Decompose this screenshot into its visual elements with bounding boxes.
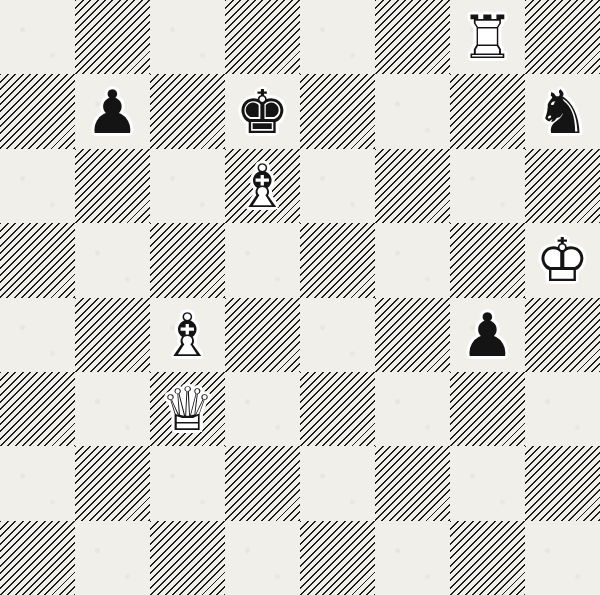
- square-b4: [75, 298, 150, 372]
- square-c6: [150, 149, 225, 223]
- square-g4: ♟♟: [450, 298, 525, 372]
- square-a7: [0, 74, 75, 148]
- square-f7: [375, 74, 450, 148]
- square-a3: [0, 372, 75, 446]
- square-e2: [300, 446, 375, 520]
- white-queen-icon: ♕: [161, 379, 215, 439]
- square-c5: [150, 223, 225, 297]
- square-a5: [0, 223, 75, 297]
- white-king-icon: ♔: [536, 230, 590, 290]
- square-g6: [450, 149, 525, 223]
- square-c7: [150, 74, 225, 148]
- square-e6: [300, 149, 375, 223]
- square-b3: [75, 372, 150, 446]
- square-f6: [375, 149, 450, 223]
- piece-white-king-h5: ♚♔: [530, 227, 596, 293]
- piece-white-bishop-c4: ♝♗: [155, 302, 221, 368]
- square-b2: [75, 446, 150, 520]
- square-f2: [375, 446, 450, 520]
- square-a8: [0, 0, 75, 74]
- square-f3: [375, 372, 450, 446]
- square-e8: [300, 0, 375, 74]
- piece-white-bishop-d6: ♝♗: [230, 153, 296, 219]
- square-f4: [375, 298, 450, 372]
- square-d1: [225, 521, 300, 595]
- square-g1: [450, 521, 525, 595]
- black-king-icon: ♚: [236, 82, 290, 142]
- square-b5: [75, 223, 150, 297]
- square-b1: [75, 521, 150, 595]
- square-b7: ♟♟: [75, 74, 150, 148]
- square-h5: ♚♔: [525, 223, 600, 297]
- square-f8: [375, 0, 450, 74]
- square-d4: [225, 298, 300, 372]
- piece-white-rook-g8: ♜♖: [455, 4, 521, 70]
- square-b6: [75, 149, 150, 223]
- square-d3: [225, 372, 300, 446]
- piece-black-knight-h7: ♞♞: [530, 79, 596, 145]
- square-h2: [525, 446, 600, 520]
- white-rook-icon: ♖: [461, 7, 515, 67]
- square-d6: ♝♗: [225, 149, 300, 223]
- piece-black-pawn-g4: ♟♟: [455, 302, 521, 368]
- black-knight-icon: ♞: [536, 82, 590, 142]
- chessboard: ♜♖♟♟♚♚♞♞♝♗♚♔♝♗♟♟♛♕: [0, 0, 600, 595]
- square-h3: [525, 372, 600, 446]
- square-c8: [150, 0, 225, 74]
- black-pawn-icon: ♟: [461, 305, 515, 365]
- square-e5: [300, 223, 375, 297]
- square-h1: [525, 521, 600, 595]
- square-h4: [525, 298, 600, 372]
- square-g7: [450, 74, 525, 148]
- square-e7: [300, 74, 375, 148]
- square-e4: [300, 298, 375, 372]
- square-e3: [300, 372, 375, 446]
- square-g2: [450, 446, 525, 520]
- square-a1: [0, 521, 75, 595]
- square-d5: [225, 223, 300, 297]
- square-h6: [525, 149, 600, 223]
- square-h8: [525, 0, 600, 74]
- square-c3: ♛♕: [150, 372, 225, 446]
- square-e1: [300, 521, 375, 595]
- white-bishop-icon: ♗: [161, 305, 215, 365]
- square-h7: ♞♞: [525, 74, 600, 148]
- square-c4: ♝♗: [150, 298, 225, 372]
- piece-white-queen-c3: ♛♕: [155, 376, 221, 442]
- square-d2: [225, 446, 300, 520]
- white-bishop-icon: ♗: [236, 156, 290, 216]
- square-d7: ♚♚: [225, 74, 300, 148]
- square-g8: ♜♖: [450, 0, 525, 74]
- square-d8: [225, 0, 300, 74]
- square-f1: [375, 521, 450, 595]
- square-a2: [0, 446, 75, 520]
- square-g3: [450, 372, 525, 446]
- piece-black-pawn-b7: ♟♟: [80, 79, 146, 145]
- square-g5: [450, 223, 525, 297]
- piece-black-king-d7: ♚♚: [230, 79, 296, 145]
- square-f5: [375, 223, 450, 297]
- square-b8: [75, 0, 150, 74]
- square-a6: [0, 149, 75, 223]
- square-c2: [150, 446, 225, 520]
- square-a4: [0, 298, 75, 372]
- black-pawn-icon: ♟: [86, 82, 140, 142]
- square-c1: [150, 521, 225, 595]
